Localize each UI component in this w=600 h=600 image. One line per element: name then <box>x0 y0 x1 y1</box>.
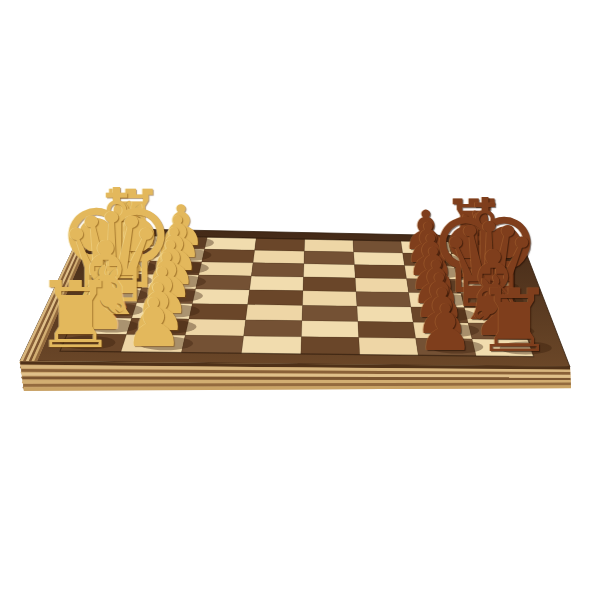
piece-white-rook-a1[interactable]: ♜ <box>30 269 122 361</box>
square-b4[interactable] <box>244 320 302 337</box>
square-g5[interactable] <box>304 251 355 265</box>
square-f5[interactable] <box>304 264 356 278</box>
chess-set-photo: ♜♟♟♜♞♟♟♞♝♟♟♝♚♟♟♚♛♟♟♛♝♟♟♝♞♟♟♞♜♟♟♜ <box>0 0 600 600</box>
square-c4[interactable] <box>246 305 303 321</box>
square-e6[interactable] <box>355 278 408 293</box>
square-e5[interactable] <box>303 277 356 292</box>
square-e4[interactable] <box>250 276 304 291</box>
square-a5[interactable] <box>301 337 360 355</box>
square-g6[interactable] <box>354 252 405 266</box>
square-b5[interactable] <box>302 321 359 338</box>
square-a4[interactable] <box>242 336 302 354</box>
square-f6[interactable] <box>355 265 407 279</box>
piece-black-pawn-a7[interactable]: ♟ <box>414 296 478 360</box>
plywood-stripe <box>22 374 571 376</box>
square-c5[interactable] <box>302 305 358 321</box>
square-d5[interactable] <box>303 291 357 306</box>
square-d6[interactable] <box>356 292 411 307</box>
square-h5[interactable] <box>304 239 353 252</box>
piece-white-pawn-a2[interactable]: ♟ <box>120 290 187 357</box>
square-h4[interactable] <box>255 238 305 251</box>
square-g4[interactable] <box>253 250 304 264</box>
square-c6[interactable] <box>357 306 413 322</box>
square-a6[interactable] <box>359 338 419 356</box>
square-f4[interactable] <box>251 263 304 277</box>
plywood-stripe <box>23 384 571 385</box>
square-b6[interactable] <box>358 322 416 339</box>
piece-black-rook-a8[interactable]: ♜ <box>471 278 558 365</box>
square-d4[interactable] <box>248 290 303 306</box>
square-h6[interactable] <box>353 240 403 253</box>
plywood-stripe <box>22 378 570 379</box>
